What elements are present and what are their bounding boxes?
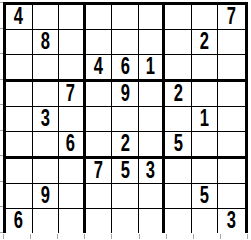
edge-tick-left	[0, 104, 3, 105]
given-digit: 3	[146, 159, 155, 183]
given-digit: 5	[120, 159, 129, 183]
cell-r2c6[interactable]	[139, 30, 166, 55]
cell-r7c4[interactable]: 7	[86, 159, 113, 184]
cell-r5c4[interactable]	[86, 107, 113, 132]
given-digit: 3	[227, 209, 236, 233]
cell-r3c1[interactable]	[6, 55, 33, 82]
edge-tick-bottom	[193, 234, 194, 239]
cell-r9c1[interactable]: 6	[6, 209, 33, 233]
cell-r6c5[interactable]: 2	[112, 132, 139, 159]
cell-r2c1[interactable]	[6, 30, 33, 55]
given-digit: 2	[200, 30, 209, 54]
edge-tick-left	[0, 155, 3, 156]
cell-r1c7[interactable]	[165, 5, 192, 30]
cell-r4c7[interactable]: 2	[165, 82, 192, 107]
cell-r1c6[interactable]	[139, 5, 166, 30]
given-digit: 2	[173, 82, 182, 106]
given-digit: 9	[41, 184, 50, 208]
cell-r7c9[interactable]	[218, 159, 245, 184]
cell-r8c4[interactable]	[86, 184, 113, 209]
cell-r4c3[interactable]: 7	[59, 82, 86, 107]
given-digit: 4	[14, 5, 23, 29]
edge-tick-left	[0, 181, 3, 182]
cell-r5c5[interactable]	[112, 107, 139, 132]
cell-r9c5[interactable]	[112, 209, 139, 233]
edge-tick-bottom	[166, 234, 167, 239]
given-digit: 8	[41, 30, 50, 54]
cell-r6c8[interactable]	[192, 132, 219, 159]
edge-tick-left	[0, 79, 3, 80]
given-digit: 7	[94, 159, 103, 183]
cell-r9c3[interactable]	[59, 209, 86, 233]
given-digit: 1	[146, 55, 155, 79]
cell-r4c5[interactable]: 9	[112, 82, 139, 107]
cell-r9c2[interactable]	[33, 209, 60, 233]
cell-r8c5[interactable]	[112, 184, 139, 209]
given-digit: 3	[41, 107, 50, 131]
cell-r2c5[interactable]	[112, 30, 139, 55]
cell-r9c9[interactable]: 3	[218, 209, 245, 233]
cell-r8c3[interactable]	[59, 184, 86, 209]
cell-r5c1[interactable]	[6, 107, 33, 132]
cell-r9c8[interactable]	[192, 209, 219, 233]
cell-r7c2[interactable]	[33, 159, 60, 184]
cell-r7c8[interactable]	[192, 159, 219, 184]
cell-r3c4[interactable]: 4	[86, 55, 113, 82]
cell-r6c9[interactable]	[218, 132, 245, 159]
cell-r3c7[interactable]	[165, 55, 192, 82]
edge-tick-bottom	[57, 234, 58, 239]
given-digit: 6	[66, 132, 75, 156]
edge-tick-bottom	[220, 234, 221, 239]
cell-r7c3[interactable]	[59, 159, 86, 184]
edge-tick-left	[0, 232, 3, 233]
edge-tick-left	[0, 206, 3, 207]
edge-tick-bottom	[111, 234, 112, 239]
cell-r2c2[interactable]: 8	[33, 30, 60, 55]
cell-r3c6[interactable]: 1	[139, 55, 166, 82]
cell-r7c7[interactable]	[165, 159, 192, 184]
cell-r2c7[interactable]	[165, 30, 192, 55]
edge-tick-left	[0, 53, 3, 54]
cell-r4c4[interactable]	[86, 82, 113, 107]
cell-r2c9[interactable]	[218, 30, 245, 55]
cell-r3c3[interactable]	[59, 55, 86, 82]
cell-r3c2[interactable]	[33, 55, 60, 82]
edge-tick-bottom	[247, 234, 248, 239]
cell-r9c7[interactable]	[165, 209, 192, 233]
cell-r5c6[interactable]	[139, 107, 166, 132]
edge-tick-bottom	[84, 234, 85, 239]
cell-r4c1[interactable]	[6, 82, 33, 107]
cell-r6c6[interactable]	[139, 132, 166, 159]
cell-r7c5[interactable]: 5	[112, 159, 139, 184]
cell-r1c1[interactable]: 4	[6, 5, 33, 30]
edge-tick-bottom	[139, 234, 140, 239]
edge-tick-bottom	[30, 234, 31, 239]
edge-tick-bottom	[3, 234, 4, 239]
cell-r8c6[interactable]	[139, 184, 166, 209]
cell-r5c9[interactable]	[218, 107, 245, 132]
cell-r8c2[interactable]: 9	[33, 184, 60, 209]
cell-r1c5[interactable]	[112, 5, 139, 30]
cell-r7c1[interactable]	[6, 159, 33, 184]
cell-r2c4[interactable]	[86, 30, 113, 55]
edge-tick-left	[0, 28, 3, 29]
given-digit: 6	[120, 55, 129, 79]
cell-r1c9[interactable]: 7	[218, 5, 245, 30]
given-digit: 6	[14, 209, 23, 233]
cell-r6c4[interactable]	[86, 132, 113, 159]
given-digit: 5	[200, 184, 209, 208]
cell-r1c2[interactable]	[33, 5, 60, 30]
given-digit: 1	[200, 107, 209, 131]
cell-r4c8[interactable]	[192, 82, 219, 107]
cell-r4c2[interactable]	[33, 82, 60, 107]
cell-r3c5[interactable]: 6	[112, 55, 139, 82]
cell-r6c2[interactable]	[33, 132, 60, 159]
cell-r3c9[interactable]	[218, 55, 245, 82]
given-digit: 7	[227, 5, 236, 29]
cell-r4c9[interactable]	[218, 82, 245, 107]
cell-r4c6[interactable]	[139, 82, 166, 107]
cell-r8c1[interactable]	[6, 184, 33, 209]
given-digit: 5	[173, 132, 182, 156]
cell-r8c9[interactable]	[218, 184, 245, 209]
cell-r5c2[interactable]: 3	[33, 107, 60, 132]
cell-r5c7[interactable]	[165, 107, 192, 132]
edge-tick-left	[0, 130, 3, 131]
given-digit: 9	[120, 82, 129, 106]
given-digit: 2	[120, 132, 129, 156]
edge-tick-left	[0, 2, 3, 3]
cell-r6c1[interactable]	[6, 132, 33, 159]
cell-r8c8[interactable]: 5	[192, 184, 219, 209]
cell-r6c7[interactable]: 5	[165, 132, 192, 159]
cell-r5c3[interactable]	[59, 107, 86, 132]
cell-r1c3[interactable]	[59, 5, 86, 30]
cell-r9c4[interactable]	[86, 209, 113, 233]
cell-r8c7[interactable]	[165, 184, 192, 209]
cell-r1c8[interactable]	[192, 5, 219, 30]
given-digit: 4	[94, 55, 103, 79]
sudoku-board: 4782461792316257539563	[3, 2, 248, 233]
cell-r2c3[interactable]	[59, 30, 86, 55]
sudoku-screenshot: 4782461792316257539563	[0, 0, 251, 240]
given-digit: 7	[66, 82, 75, 106]
cell-r1c4[interactable]	[86, 5, 113, 30]
cell-r5c8[interactable]: 1	[192, 107, 219, 132]
cell-r6c3[interactable]: 6	[59, 132, 86, 159]
cell-r2c8[interactable]: 2	[192, 30, 219, 55]
cell-r9c6[interactable]	[139, 209, 166, 233]
cell-r7c6[interactable]: 3	[139, 159, 166, 184]
cell-r3c8[interactable]	[192, 55, 219, 82]
